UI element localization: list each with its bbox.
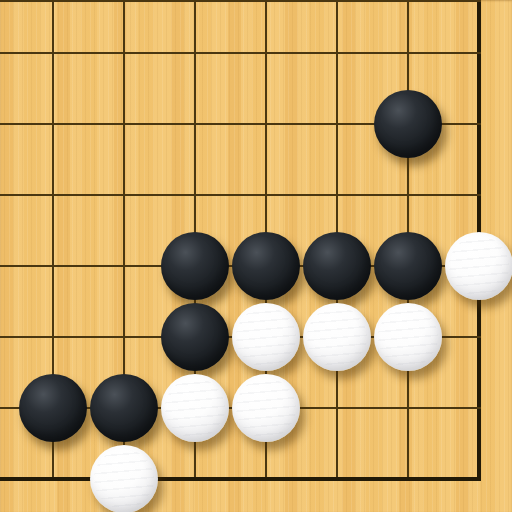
stone-white-H3 [374, 303, 442, 371]
stone-white-F3 [232, 303, 300, 371]
stone-black-H6 [374, 90, 442, 158]
grid-line-horizontal-row-1 [0, 477, 481, 481]
stone-black-E3 [161, 303, 229, 371]
stone-white-D1 [90, 445, 158, 512]
stone-black-E4 [161, 232, 229, 300]
stone-white-E2 [161, 374, 229, 442]
go-board [0, 0, 512, 512]
stone-black-H4 [374, 232, 442, 300]
stone-white-J4 [445, 232, 512, 300]
stone-white-F2 [232, 374, 300, 442]
stone-black-G4 [303, 232, 371, 300]
stone-black-D2 [90, 374, 158, 442]
stone-black-C2 [19, 374, 87, 442]
stone-white-G3 [303, 303, 371, 371]
grid-line-horizontal-top-partial [0, 0, 481, 2]
grid-line-horizontal-row-5 [0, 194, 481, 196]
stone-black-F4 [232, 232, 300, 300]
grid-line-horizontal-row-7 [0, 52, 481, 54]
